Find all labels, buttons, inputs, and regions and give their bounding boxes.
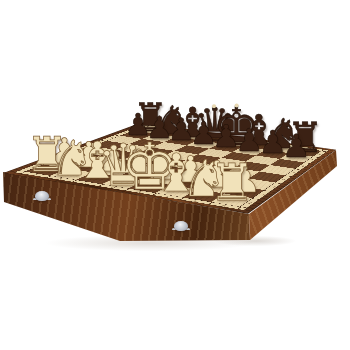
pieces-layer: ♜♞♝♛♚♝♞♜♟♟♟♟♟♟♟♟♟♟♟♟♟♟♟♟♜♞♝♛♚♝♞♜: [0, 0, 350, 350]
chess-set-photo: abcdefgh abcdefgh 87654321 87654321 ♜♞♝♛…: [0, 0, 350, 350]
piece-black-pawn-h7: ♟: [282, 131, 311, 163]
crown-tip: [234, 103, 238, 107]
piece-white-rook-h1: ♜: [209, 157, 255, 208]
